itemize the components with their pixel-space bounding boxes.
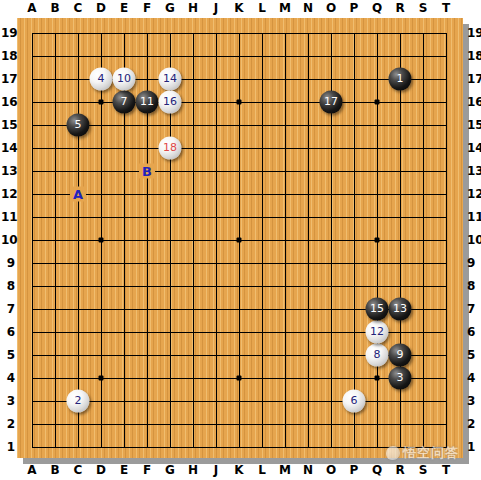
coord-label-right: 9 — [467, 256, 481, 270]
coord-label-bottom: P — [350, 463, 359, 477]
coord-label-top: R — [395, 1, 404, 15]
stone-move-number: 6 — [351, 389, 358, 412]
coord-label-top: K — [234, 1, 243, 15]
stone-move-number: 18 — [163, 136, 177, 159]
coord-label-left: 2 — [1, 417, 15, 431]
coord-label-right: 18 — [467, 49, 481, 63]
stone-move-number: 9 — [397, 343, 404, 366]
coord-label-left: 10 — [1, 233, 15, 247]
coord-label-top: O — [326, 1, 336, 15]
coord-label-bottom: R — [395, 463, 404, 477]
coord-label-top: H — [188, 1, 198, 15]
grid-line-horizontal — [32, 401, 447, 402]
coord-label-top: S — [419, 1, 428, 15]
coord-label-top: F — [143, 1, 151, 15]
grid-line-horizontal — [32, 447, 447, 448]
star-point — [375, 238, 380, 243]
coord-label-top: D — [96, 1, 106, 15]
star-point — [237, 376, 242, 381]
coord-label-top: C — [74, 1, 83, 15]
stone-move-number: 10 — [117, 67, 131, 90]
coord-label-right: 1 — [467, 440, 481, 454]
coord-label-bottom: N — [303, 463, 313, 477]
coord-label-right: 11 — [467, 210, 481, 224]
grid-line-horizontal — [32, 424, 447, 425]
coord-label-top: G — [165, 1, 175, 15]
coord-label-bottom: E — [120, 463, 128, 477]
coord-label-right: 19 — [467, 26, 481, 40]
coord-label-bottom: A — [27, 463, 36, 477]
star-point — [99, 238, 104, 243]
stone-move-number: 14 — [163, 67, 177, 90]
grid-line-horizontal — [32, 263, 447, 264]
coord-label-bottom: G — [165, 463, 175, 477]
coord-label-right: 5 — [467, 348, 481, 362]
coord-label-left: 6 — [1, 325, 15, 339]
coord-label-right: 13 — [467, 164, 481, 178]
coord-label-bottom: L — [258, 463, 266, 477]
coord-label-left: 9 — [1, 256, 15, 270]
coord-label-right: 16 — [467, 95, 481, 109]
stone-move-number: 15 — [370, 297, 384, 320]
watermark-logo-icon — [386, 446, 400, 460]
stone-black-1: 1 — [389, 68, 412, 91]
grid-line-vertical — [262, 33, 263, 448]
stone-white-2: 2 — [67, 390, 90, 413]
coord-label-left: 8 — [1, 279, 15, 293]
coord-label-bottom: S — [419, 463, 428, 477]
stone-white-10: 10 — [113, 68, 136, 91]
star-point — [99, 376, 104, 381]
point-label-A: A — [70, 187, 86, 202]
stone-black-7: 7 — [113, 91, 136, 114]
stone-black-13: 13 — [389, 298, 412, 321]
coord-label-bottom: K — [234, 463, 243, 477]
coord-label-left: 17 — [1, 72, 15, 86]
coord-label-top: N — [303, 1, 313, 15]
stone-white-12: 12 — [366, 321, 389, 344]
coord-label-right: 12 — [467, 187, 481, 201]
coord-label-top: B — [50, 1, 59, 15]
coord-label-left: 3 — [1, 394, 15, 408]
stone-move-number: 1 — [397, 67, 404, 90]
star-point — [375, 376, 380, 381]
coord-label-right: 2 — [467, 417, 481, 431]
grid-line-vertical — [308, 33, 309, 448]
grid-line-vertical — [285, 33, 286, 448]
coord-label-left: 14 — [1, 141, 15, 155]
stone-move-number: 17 — [324, 90, 338, 113]
coord-label-left: 15 — [1, 118, 15, 132]
coord-label-top: E — [120, 1, 128, 15]
coord-label-right: 4 — [467, 371, 481, 385]
coord-label-bottom: F — [143, 463, 151, 477]
coord-label-right: 3 — [467, 394, 481, 408]
coord-label-top: T — [442, 1, 450, 15]
star-point — [375, 100, 380, 105]
coord-label-bottom: O — [326, 463, 336, 477]
coord-label-right: 6 — [467, 325, 481, 339]
stone-move-number: 8 — [374, 343, 381, 366]
coord-label-left: 7 — [1, 302, 15, 316]
coord-label-right: 17 — [467, 72, 481, 86]
stone-black-15: 15 — [366, 298, 389, 321]
grid-line-vertical — [423, 33, 424, 448]
stone-black-3: 3 — [389, 367, 412, 390]
star-point — [237, 100, 242, 105]
stone-white-16: 16 — [159, 91, 182, 114]
go-diagram: 悟空问答 AABBCCDDEEFFGGHHJJKKLLMMNNOOPPQQRRS… — [0, 0, 481, 480]
stone-move-number: 7 — [121, 90, 128, 113]
coord-label-top: A — [27, 1, 36, 15]
coord-label-left: 18 — [1, 49, 15, 63]
stone-move-number: 16 — [163, 90, 177, 113]
coord-label-bottom: J — [214, 463, 218, 477]
coord-label-top: P — [350, 1, 359, 15]
stone-white-8: 8 — [366, 344, 389, 367]
coord-label-left: 11 — [1, 210, 15, 224]
watermark: 悟空问答 — [386, 444, 459, 462]
stone-black-11: 11 — [136, 91, 159, 114]
stone-white-14: 14 — [159, 68, 182, 91]
stone-black-17: 17 — [320, 91, 343, 114]
stone-move-number: 3 — [397, 366, 404, 389]
coord-label-bottom: Q — [372, 463, 382, 477]
stone-move-number: 5 — [75, 113, 82, 136]
coord-label-left: 19 — [1, 26, 15, 40]
grid-line-vertical — [446, 33, 447, 448]
coord-label-left: 13 — [1, 164, 15, 178]
stone-move-number: 11 — [140, 90, 154, 113]
coord-label-left: 1 — [1, 440, 15, 454]
stone-white-6: 6 — [343, 390, 366, 413]
stone-move-number: 12 — [370, 320, 384, 343]
coord-label-bottom: D — [96, 463, 106, 477]
coord-label-left: 4 — [1, 371, 15, 385]
coord-label-top: Q — [372, 1, 382, 15]
coord-label-right: 8 — [467, 279, 481, 293]
grid-line-vertical — [354, 33, 355, 448]
stone-move-number: 13 — [393, 297, 407, 320]
coord-label-top: M — [279, 1, 291, 15]
coord-label-top: L — [258, 1, 266, 15]
stone-move-number: 2 — [75, 389, 82, 412]
star-point — [237, 238, 242, 243]
stone-black-9: 9 — [389, 344, 412, 367]
coord-label-bottom: B — [50, 463, 59, 477]
coord-label-right: 10 — [467, 233, 481, 247]
coord-label-right: 15 — [467, 118, 481, 132]
coord-label-bottom: T — [442, 463, 450, 477]
coord-label-left: 12 — [1, 187, 15, 201]
coord-label-right: 14 — [467, 141, 481, 155]
point-label-B: B — [139, 164, 155, 179]
coord-label-right: 7 — [467, 302, 481, 316]
watermark-text: 悟空问答 — [403, 444, 459, 462]
stone-move-number: 4 — [98, 67, 105, 90]
stone-white-4: 4 — [90, 68, 113, 91]
coord-label-bottom: H — [188, 463, 198, 477]
coord-label-bottom: M — [279, 463, 291, 477]
coord-label-top: J — [214, 1, 218, 15]
coord-label-left: 5 — [1, 348, 15, 362]
coord-label-bottom: C — [74, 463, 83, 477]
stone-black-5: 5 — [67, 114, 90, 137]
stone-white-18: 18 — [159, 137, 182, 160]
grid-line-horizontal — [32, 286, 447, 287]
star-point — [99, 100, 104, 105]
coord-label-left: 16 — [1, 95, 15, 109]
